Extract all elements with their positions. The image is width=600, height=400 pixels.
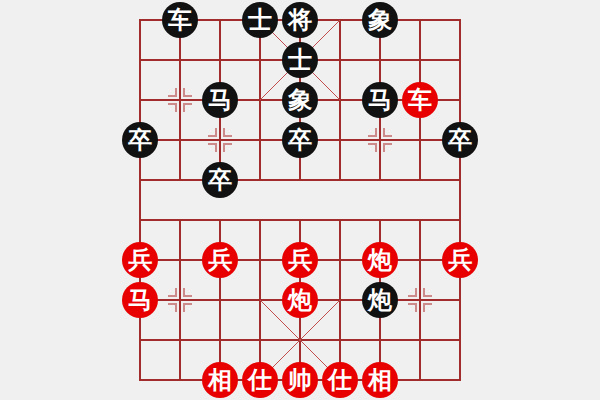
piece-glyph: 相 [368,368,392,392]
piece-glyph: 车 [408,88,432,112]
board-cell[interactable]: 兵 [120,240,160,280]
board-cell[interactable] [320,160,360,200]
board-cell[interactable] [400,120,440,160]
board-cell[interactable]: 马 [200,80,240,120]
board-cell[interactable] [400,360,440,400]
piece-glyph: 兵 [128,248,152,272]
board-cell[interactable] [360,160,400,200]
board-cell[interactable] [320,120,360,160]
board-cell[interactable] [160,240,200,280]
piece-glyph: 相 [208,368,232,392]
board-cell[interactable] [160,80,200,120]
board-cell[interactable]: 车 [160,0,200,40]
board-cell[interactable] [440,160,480,200]
board-cell[interactable]: 卒 [280,120,320,160]
board-cell[interactable]: 兵 [280,240,320,280]
board-grid: 车士将象士马象马车卒卒卒卒兵兵兵炮兵马炮炮相仕帅仕相 [120,0,480,400]
piece-glyph: 象 [368,8,392,32]
board-cell[interactable] [320,240,360,280]
board-cell[interactable] [320,280,360,320]
board-cell[interactable]: 兵 [440,240,480,280]
board-cell[interactable]: 相 [200,360,240,400]
board-cell[interactable] [400,0,440,40]
board-cell[interactable] [360,120,400,160]
red-elephant-piece[interactable]: 相 [202,362,238,398]
piece-glyph: 兵 [288,248,312,272]
red-soldier-piece[interactable]: 兵 [282,242,318,278]
board-cell[interactable] [160,200,200,240]
board-cell[interactable] [200,120,240,160]
board-cell[interactable] [160,360,200,400]
board-cell[interactable] [120,40,160,80]
board-cell[interactable] [440,280,480,320]
red-chariot-piece[interactable]: 车 [402,82,438,118]
black-soldier-piece[interactable]: 卒 [122,122,158,158]
piece-glyph: 仕 [328,368,352,392]
red-soldier-piece[interactable]: 兵 [122,242,158,278]
board-cell[interactable] [440,40,480,80]
board-cell[interactable]: 士 [280,40,320,80]
board-cell[interactable]: 仕 [320,360,360,400]
board-cell[interactable]: 车 [400,80,440,120]
red-advisor-piece[interactable]: 仕 [322,362,358,398]
board-cell[interactable] [400,240,440,280]
board-cell[interactable] [280,320,320,360]
black-horse-piece[interactable]: 马 [362,82,398,118]
board-cell[interactable] [320,40,360,80]
board-cell[interactable]: 炮 [360,240,400,280]
black-soldier-piece[interactable]: 卒 [442,122,478,158]
red-advisor-piece[interactable]: 仕 [242,362,278,398]
board-cell[interactable] [240,80,280,120]
board-cell[interactable] [320,320,360,360]
piece-glyph: 卒 [208,168,232,192]
piece-glyph: 炮 [288,288,312,312]
board-cell[interactable]: 马 [120,280,160,320]
black-cannon-piece[interactable]: 炮 [362,282,398,318]
board-cell[interactable] [240,320,280,360]
board-cell[interactable]: 炮 [280,280,320,320]
board-cell[interactable] [320,0,360,40]
board-cell[interactable] [120,160,160,200]
board-cell[interactable] [120,360,160,400]
board-cell[interactable] [440,80,480,120]
board-cell[interactable] [160,280,200,320]
board-cell[interactable] [240,40,280,80]
piece-glyph: 卒 [448,128,472,152]
xiangqi-board-screen: 车士将象士马象马车卒卒卒卒兵兵兵炮兵马炮炮相仕帅仕相 [0,0,600,400]
board-cell[interactable]: 仕 [240,360,280,400]
board-cell[interactable] [440,320,480,360]
board-cell[interactable] [200,200,240,240]
board-cell[interactable] [360,320,400,360]
board-cell[interactable] [280,160,320,200]
black-soldier-piece[interactable]: 卒 [202,162,238,198]
piece-glyph: 车 [168,8,192,32]
board-cell[interactable] [400,40,440,80]
piece-glyph: 马 [128,288,152,312]
piece-glyph: 马 [208,88,232,112]
board-cell[interactable]: 象 [280,80,320,120]
board-cell[interactable] [120,200,160,240]
board-cell[interactable] [440,360,480,400]
board-cell[interactable] [120,80,160,120]
black-advisor-piece[interactable]: 士 [282,42,318,78]
black-general-piece[interactable]: 将 [282,2,318,38]
red-soldier-piece[interactable]: 兵 [442,242,478,278]
board-cell[interactable] [280,200,320,240]
board-cell[interactable] [160,120,200,160]
black-chariot-piece[interactable]: 车 [162,2,198,38]
board-cell[interactable]: 卒 [440,120,480,160]
board-cell[interactable] [240,200,280,240]
board-cell[interactable] [440,200,480,240]
piece-glyph: 炮 [368,248,392,272]
board-cell[interactable]: 卒 [120,120,160,160]
board-cell[interactable] [240,280,280,320]
board-cell[interactable] [320,200,360,240]
board-cell[interactable]: 相 [360,360,400,400]
board-cell[interactable] [160,160,200,200]
piece-glyph: 帅 [288,368,312,392]
piece-glyph: 兵 [208,248,232,272]
board-cell[interactable]: 帅 [280,360,320,400]
red-general-piece[interactable]: 帅 [282,362,318,398]
board-cell[interactable]: 兵 [200,240,240,280]
board-cell[interactable] [120,0,160,40]
board-cell[interactable] [400,200,440,240]
black-elephant-piece[interactable]: 象 [282,82,318,118]
red-horse-piece[interactable]: 马 [122,282,158,318]
board-cell[interactable] [240,160,280,200]
board-cell[interactable]: 马 [360,80,400,120]
board-cell[interactable] [160,320,200,360]
piece-glyph: 炮 [368,288,392,312]
board-cell[interactable] [360,200,400,240]
board-cell[interactable] [320,80,360,120]
board-cell[interactable] [200,40,240,80]
board-cell[interactable] [400,280,440,320]
board-cell[interactable]: 象 [360,0,400,40]
board-cell[interactable] [200,0,240,40]
board-cell[interactable]: 将 [280,0,320,40]
red-cannon-piece[interactable]: 炮 [282,282,318,318]
board-cell[interactable] [240,240,280,280]
board-cell[interactable] [240,120,280,160]
black-elephant-piece[interactable]: 象 [362,2,398,38]
board-cell[interactable] [120,320,160,360]
board-cell[interactable] [400,160,440,200]
board-cell[interactable] [160,40,200,80]
board-cell[interactable] [440,0,480,40]
red-soldier-piece[interactable]: 兵 [202,242,238,278]
piece-glyph: 卒 [288,128,312,152]
piece-glyph: 卒 [128,128,152,152]
board-cell[interactable]: 炮 [360,280,400,320]
red-cannon-piece[interactable]: 炮 [362,242,398,278]
board-cell[interactable] [360,40,400,80]
board-cell[interactable] [200,280,240,320]
piece-glyph: 士 [288,48,312,72]
board-cell[interactable] [400,320,440,360]
board-cell[interactable] [200,320,240,360]
piece-glyph: 马 [368,88,392,112]
black-soldier-piece[interactable]: 卒 [282,122,318,158]
board-cell[interactable]: 士 [240,0,280,40]
board-cell[interactable]: 卒 [200,160,240,200]
piece-glyph: 象 [288,88,312,112]
piece-glyph: 仕 [248,368,272,392]
piece-glyph: 士 [248,8,272,32]
black-advisor-piece[interactable]: 士 [242,2,278,38]
piece-glyph: 兵 [448,248,472,272]
red-elephant-piece[interactable]: 相 [362,362,398,398]
black-horse-piece[interactable]: 马 [202,82,238,118]
piece-glyph: 将 [288,8,312,32]
